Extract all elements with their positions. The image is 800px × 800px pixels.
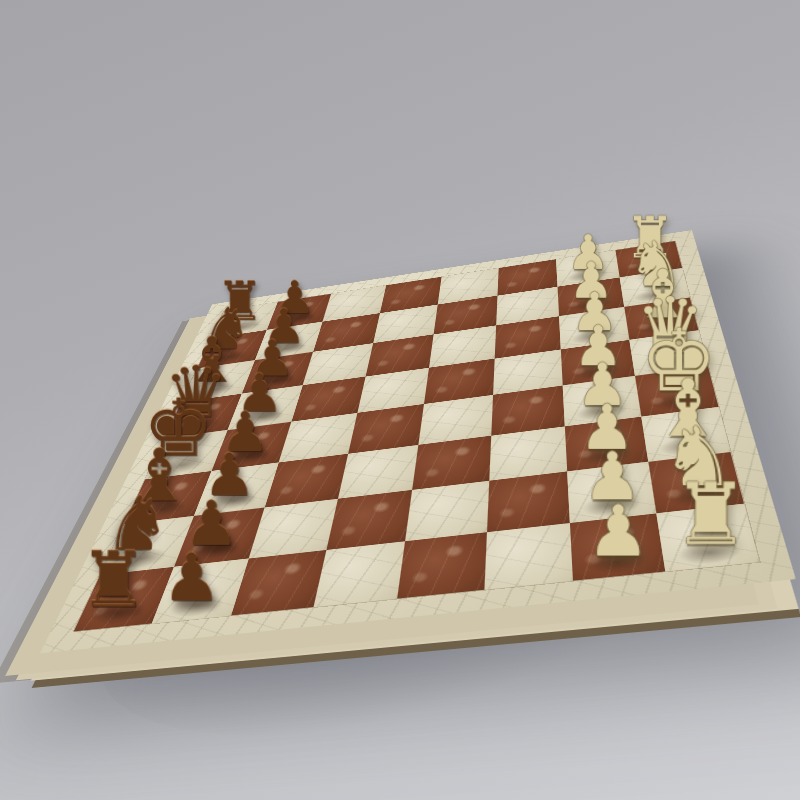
square-h3 xyxy=(484,523,573,590)
piece-brown-rook-h8: ♜ xyxy=(78,544,147,617)
square-h4 xyxy=(397,532,486,599)
product-photo-canvas: { "game": "chess", "scene": "Overhead-an… xyxy=(0,0,800,800)
square-d3 xyxy=(493,349,563,395)
square-g3 xyxy=(486,471,569,531)
square-g4 xyxy=(405,481,489,541)
square-h5 xyxy=(313,541,405,607)
square-f3 xyxy=(489,426,568,481)
square-h2: ♟ xyxy=(570,513,665,581)
square-h1: ♜ xyxy=(656,503,760,571)
square-h7: ♟ xyxy=(151,558,249,623)
piece-cream-rook-h1: ♜ xyxy=(673,475,749,556)
piece-cream-pawn-h2: ♟ xyxy=(586,498,649,565)
piece-brown-pawn-h7: ♟ xyxy=(162,547,221,610)
square-c4 xyxy=(429,325,496,367)
